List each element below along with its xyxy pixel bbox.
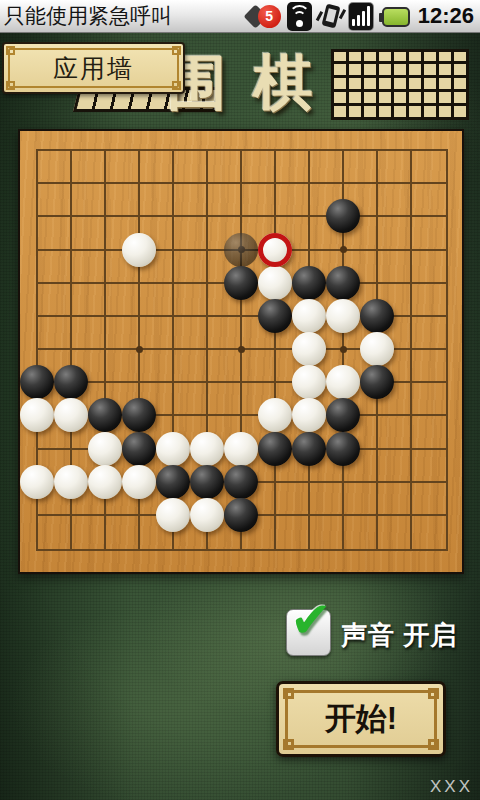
- white-stone: [54, 398, 88, 432]
- screen: 只能使用紧急呼叫 5 12:26 应用: [0, 0, 480, 800]
- battery-icon: [378, 2, 411, 31]
- white-stone: [122, 465, 156, 499]
- black-stone: [224, 498, 258, 532]
- app-wall-label: 应用墙: [53, 52, 134, 85]
- white-stone: [360, 332, 394, 366]
- status-bar: 只能使用紧急呼叫 5 12:26: [0, 0, 480, 33]
- carrier-text: 只能使用紧急呼叫: [4, 2, 172, 30]
- white-stone: [88, 465, 122, 499]
- white-stone: [258, 266, 292, 300]
- black-stone: [122, 398, 156, 432]
- last-move-marker: [258, 233, 292, 267]
- black-stone: [326, 398, 360, 432]
- white-stone: [292, 299, 326, 333]
- white-stone: [54, 465, 88, 499]
- stones-layer: [37, 150, 445, 548]
- white-stone: [156, 432, 190, 466]
- black-stone: [122, 432, 156, 466]
- white-stone: [326, 299, 360, 333]
- white-stone: [20, 465, 54, 499]
- notification-icon: 5: [246, 2, 283, 31]
- ghost-stone: [224, 233, 258, 267]
- black-stone: [20, 365, 54, 399]
- start-button[interactable]: 开始!: [276, 681, 446, 757]
- black-stone: [258, 299, 292, 333]
- checkmark-icon: ✔: [290, 595, 332, 645]
- black-stone: [292, 432, 326, 466]
- black-stone: [224, 465, 258, 499]
- white-stone: [292, 398, 326, 432]
- start-button-label: 开始!: [325, 698, 397, 740]
- black-stone: [54, 365, 88, 399]
- black-stone: [88, 398, 122, 432]
- clock-text: 12:26: [418, 3, 474, 29]
- white-stone: [156, 498, 190, 532]
- black-stone: [360, 365, 394, 399]
- sound-checkbox[interactable]: ✔: [286, 609, 331, 656]
- black-stone: [326, 199, 360, 233]
- black-stone: [292, 266, 326, 300]
- black-stone: [258, 432, 292, 466]
- app-wall-button[interactable]: 应用墙: [2, 42, 185, 94]
- vibrate-icon: [316, 2, 344, 31]
- white-stone: [224, 432, 258, 466]
- white-stone: [122, 233, 156, 267]
- white-stone: [258, 398, 292, 432]
- black-stone: [326, 266, 360, 300]
- white-stone: [88, 432, 122, 466]
- sound-label: 声音 开启: [341, 618, 457, 653]
- black-stone: [360, 299, 394, 333]
- white-stone: [326, 365, 360, 399]
- white-stone: [190, 498, 224, 532]
- status-icons: 5 12:26: [246, 2, 476, 31]
- white-stone: [20, 398, 54, 432]
- black-stone: [224, 266, 258, 300]
- signal-bars-icon: [348, 2, 374, 31]
- black-stone: [326, 432, 360, 466]
- hotspot-icon: [287, 2, 312, 31]
- white-stone: [190, 432, 224, 466]
- notification-count-badge: 5: [258, 5, 281, 28]
- black-stone: [190, 465, 224, 499]
- black-stone: [156, 465, 190, 499]
- white-stone: [292, 365, 326, 399]
- go-board[interactable]: [18, 129, 464, 574]
- watermark-text: XXX: [430, 777, 473, 797]
- title-banner: 应用墙 围棋: [0, 33, 480, 127]
- white-stone: [292, 332, 326, 366]
